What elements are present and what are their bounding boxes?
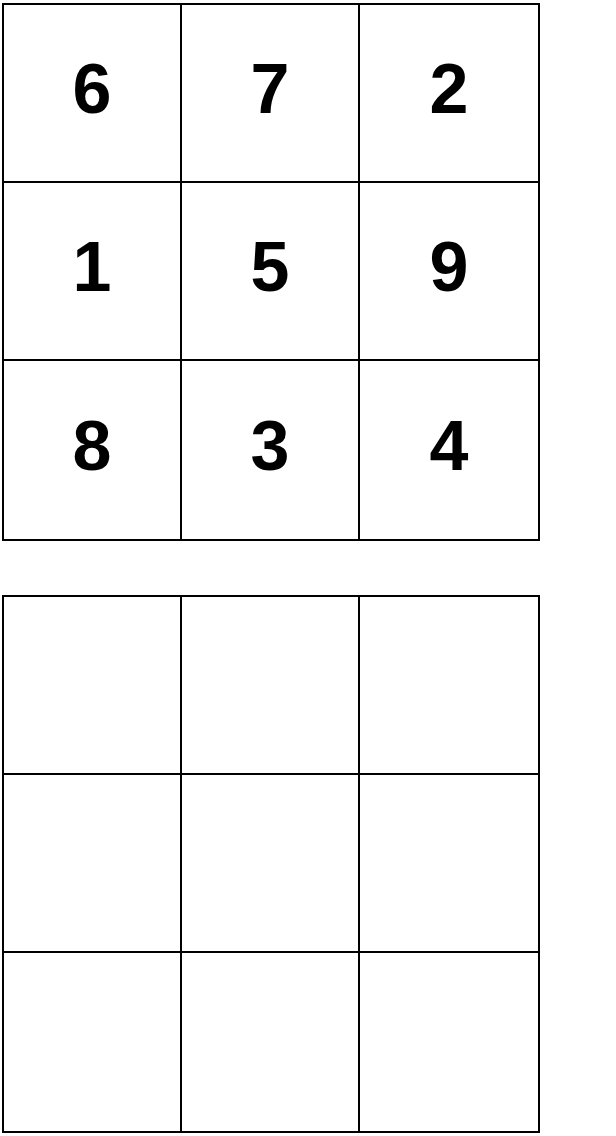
- filled-cell-r1c1: 5: [182, 183, 360, 361]
- given-digit: 4: [430, 411, 469, 481]
- given-digit: 3: [251, 411, 290, 481]
- given-digit: 5: [251, 232, 290, 302]
- given-digit: 1: [73, 232, 112, 302]
- empty-cell-r1c2[interactable]: [360, 775, 538, 953]
- filled-cell-r0c2: 2: [360, 5, 538, 183]
- given-digit: 6: [73, 54, 112, 124]
- given-digit: 8: [73, 411, 112, 481]
- filled-cell-r1c0: 1: [4, 183, 182, 361]
- given-digit: 9: [430, 232, 469, 302]
- empty-cell-r0c2[interactable]: [360, 597, 538, 775]
- filled-cell-r0c1: 7: [182, 5, 360, 183]
- empty-cell-r2c1[interactable]: [182, 953, 360, 1131]
- empty-grid: [2, 595, 540, 1133]
- filled-cell-r2c0: 8: [4, 361, 182, 539]
- empty-cell-r2c2[interactable]: [360, 953, 538, 1131]
- filled-grid: 6 7 2 1 5 9 8 3 4: [2, 3, 540, 541]
- empty-cell-r1c1[interactable]: [182, 775, 360, 953]
- worksheet-page: 6 7 2 1 5 9 8 3 4: [0, 0, 616, 1136]
- empty-cell-r0c1[interactable]: [182, 597, 360, 775]
- filled-cell-r0c0: 6: [4, 5, 182, 183]
- filled-cell-r1c2: 9: [360, 183, 538, 361]
- filled-cell-r2c2: 4: [360, 361, 538, 539]
- filled-cell-r2c1: 3: [182, 361, 360, 539]
- empty-cell-r1c0[interactable]: [4, 775, 182, 953]
- given-digit: 7: [251, 54, 290, 124]
- empty-cell-r2c0[interactable]: [4, 953, 182, 1131]
- empty-cell-r0c0[interactable]: [4, 597, 182, 775]
- given-digit: 2: [430, 54, 469, 124]
